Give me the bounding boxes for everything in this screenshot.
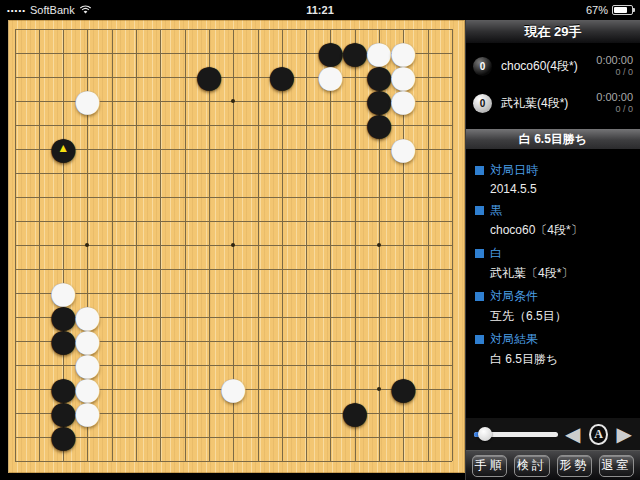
info-label: 対局条件 (475, 288, 631, 305)
board-cell (391, 425, 415, 449)
board-cell (221, 185, 245, 209)
board-cell (124, 20, 148, 41)
black-periods: 0 / 0 (596, 67, 633, 78)
board-cell (27, 161, 51, 185)
last-move-marker: ▲ (51, 136, 75, 160)
board-cell (415, 137, 439, 161)
board-cell (100, 89, 124, 113)
info-value: choco60〔4段*〕 (490, 222, 631, 239)
board-cell (100, 185, 124, 209)
board-cell (172, 185, 196, 209)
board-cell (172, 305, 196, 329)
board-cell (318, 281, 342, 305)
board-cell (221, 89, 245, 113)
board-cell (148, 449, 172, 473)
board-cell (75, 257, 99, 281)
star-point (231, 99, 235, 103)
board-cell (294, 65, 318, 89)
board-cell (270, 305, 294, 329)
board-cell (440, 209, 464, 233)
board-cell: ● (391, 137, 415, 161)
board-cell (124, 401, 148, 425)
board-cell (148, 257, 172, 281)
board-cell (221, 209, 245, 233)
board-cell (245, 377, 269, 401)
board-cell (270, 209, 294, 233)
board-cell (367, 425, 391, 449)
board-cell (100, 281, 124, 305)
board-cell (27, 449, 51, 473)
white-captures-badge: 0 (473, 94, 492, 113)
clock: 11:21 (0, 4, 640, 16)
board-cell (245, 449, 269, 473)
black-stone: ● (341, 40, 368, 64)
board-cell (440, 137, 464, 161)
board-cell (197, 185, 221, 209)
next-move-button[interactable]: ▶ (617, 424, 632, 444)
board-cell (124, 281, 148, 305)
board-cell (270, 113, 294, 137)
player-list: 0 choco60(4段*) 0:00:00 0 / 0 0 武礼葉(4段*) … (466, 44, 640, 128)
board-cell: ● (221, 377, 245, 401)
board-cell (440, 161, 464, 185)
board-cell (245, 353, 269, 377)
board-cell (391, 233, 415, 257)
board-cell (172, 281, 196, 305)
board-cell (51, 65, 75, 89)
info-value: 互先（6.5目） (490, 308, 631, 325)
board-cell (343, 185, 367, 209)
board-cell (197, 137, 221, 161)
board-cell (245, 425, 269, 449)
board-cell (148, 20, 172, 41)
board-cell (415, 233, 439, 257)
board-cell: ● (75, 89, 99, 113)
board-cell (245, 281, 269, 305)
battery-percent: 67% (586, 4, 608, 16)
exit-room-button[interactable]: 退室 (599, 455, 634, 477)
board-cell (100, 425, 124, 449)
info-value: 2014.5.5 (490, 182, 631, 196)
board-cell: ● (197, 65, 221, 89)
board-cell (8, 233, 27, 257)
white-stone: ● (220, 376, 247, 400)
board-cell (245, 401, 269, 425)
white-stone: ● (390, 136, 417, 160)
board-cell (8, 377, 27, 401)
board-cell (318, 401, 342, 425)
board-cell (294, 137, 318, 161)
board-cell (221, 137, 245, 161)
board-cell (27, 185, 51, 209)
board-cell (294, 20, 318, 41)
board-cell (148, 281, 172, 305)
board-cell (27, 353, 51, 377)
board-cell (415, 257, 439, 281)
board-cell (197, 401, 221, 425)
board-cell (270, 137, 294, 161)
board-cell (245, 41, 269, 65)
board-cell (391, 185, 415, 209)
info-value: 武礼葉〔4段*〕 (490, 265, 631, 282)
board-cell (318, 185, 342, 209)
white-player-clock: 0:00:00 0 / 0 (596, 91, 633, 116)
board-cell (51, 209, 75, 233)
board-cell: ● (343, 41, 367, 65)
board-cell (245, 185, 269, 209)
info-value: 白 6.5目勝ち (490, 351, 631, 368)
board-cell (245, 233, 269, 257)
board-cell (318, 113, 342, 137)
board-cell (197, 233, 221, 257)
go-board: ●●●●●●●●●●●●●●▲●●●●●●●●●●●●●●● (8, 20, 465, 473)
info-label: 対局日時 (475, 162, 631, 179)
white-time: 0:00:00 (596, 91, 633, 105)
board-cell (172, 257, 196, 281)
board-cell (124, 377, 148, 401)
board-cell (318, 305, 342, 329)
board-cell (197, 305, 221, 329)
board-cell (100, 20, 124, 41)
board-cell (148, 305, 172, 329)
board-cell (51, 185, 75, 209)
board-cell (415, 20, 439, 41)
board-cell (197, 113, 221, 137)
board-cell (221, 257, 245, 281)
game-info-list: 対局日時 2014.5.5 黒 choco60〔4段*〕 白 武礼葉〔4段*〕 … (466, 150, 640, 374)
board-cell (415, 281, 439, 305)
board-cell (440, 113, 464, 137)
board-cell (172, 425, 196, 449)
board-cell (148, 425, 172, 449)
board-cell (197, 377, 221, 401)
board-cell: ● (343, 401, 367, 425)
board-cell (343, 161, 367, 185)
board-cell (51, 89, 75, 113)
white-stone: ● (317, 64, 344, 88)
board-cell (440, 401, 464, 425)
board-cell (294, 41, 318, 65)
board-cell (27, 305, 51, 329)
board-cell (221, 65, 245, 89)
board-cell (270, 233, 294, 257)
board-cell (8, 449, 27, 473)
board-cell (294, 425, 318, 449)
board-cell (367, 401, 391, 425)
board-cell (294, 185, 318, 209)
board-cell (391, 209, 415, 233)
board-cell (245, 89, 269, 113)
board-cell (124, 233, 148, 257)
board-cell (294, 449, 318, 473)
board-cell (148, 65, 172, 89)
board-cell (343, 281, 367, 305)
board-cell (124, 137, 148, 161)
board-cell: ● (367, 113, 391, 137)
board-cell (343, 113, 367, 137)
board-cell (75, 20, 99, 41)
board-cell (318, 425, 342, 449)
board-cell (197, 425, 221, 449)
bullet-icon (475, 166, 484, 175)
board-cell (148, 89, 172, 113)
board-cell (100, 329, 124, 353)
board-cell (124, 65, 148, 89)
black-player-name: choco60(4段*) (501, 58, 587, 75)
board-cell (440, 377, 464, 401)
board-cell (294, 377, 318, 401)
board-cell (8, 137, 27, 161)
board-cell (294, 161, 318, 185)
board-cell (27, 401, 51, 425)
board-cell (294, 281, 318, 305)
board-cell (172, 449, 196, 473)
board-cell (245, 161, 269, 185)
board-cell (197, 209, 221, 233)
board-grid: ●●●●●●●●●●●●●●▲●●●●●●●●●●●●●●● (8, 20, 464, 473)
star-point (85, 243, 89, 247)
white-stone: ● (390, 88, 417, 112)
star-point (377, 387, 381, 391)
board-cell (415, 449, 439, 473)
board-cell (100, 257, 124, 281)
board-cell (27, 233, 51, 257)
board-cell (197, 329, 221, 353)
board-cell (318, 377, 342, 401)
board-cell (294, 257, 318, 281)
board-cell (148, 161, 172, 185)
board-cell (270, 401, 294, 425)
board-cell (318, 353, 342, 377)
info-label: 対局結果 (475, 331, 631, 348)
board-cell (391, 449, 415, 473)
board-cell (367, 449, 391, 473)
board-cell (440, 65, 464, 89)
board-cell (343, 257, 367, 281)
board-cell (8, 305, 27, 329)
board-cell (245, 209, 269, 233)
board-cell (318, 449, 342, 473)
board-cell (100, 401, 124, 425)
board-cell (270, 257, 294, 281)
info-label: 白 (475, 245, 631, 262)
board-cell (124, 185, 148, 209)
board-cell (270, 353, 294, 377)
board-cell (197, 20, 221, 41)
board-cell (100, 137, 124, 161)
board-cell (343, 89, 367, 113)
board-cell (415, 377, 439, 401)
board-cell (270, 185, 294, 209)
board-cell (294, 305, 318, 329)
board-cell (148, 41, 172, 65)
board-cell (440, 20, 464, 41)
board-cell (440, 233, 464, 257)
board-cell (440, 353, 464, 377)
review-button[interactable]: 検討 (514, 455, 549, 477)
board-cell (270, 161, 294, 185)
board-cell (440, 425, 464, 449)
board-cell (197, 161, 221, 185)
board-cell (75, 161, 99, 185)
board-cell (75, 233, 99, 257)
board-cell (270, 425, 294, 449)
board-cell (367, 161, 391, 185)
white-player-name: 武礼葉(4段*) (501, 95, 587, 112)
board-cell (415, 401, 439, 425)
board-cell (172, 233, 196, 257)
board-cell (221, 305, 245, 329)
board-cell (75, 41, 99, 65)
board-cell (8, 113, 27, 137)
board-cell (415, 89, 439, 113)
board-cell (270, 377, 294, 401)
slider-knob[interactable] (478, 427, 492, 441)
board-cell (245, 329, 269, 353)
board-cell (270, 281, 294, 305)
player-row-white: 0 武礼葉(4段*) 0:00:00 0 / 0 (473, 88, 633, 118)
position-judge-button[interactable]: 形勢 (557, 455, 592, 477)
board-cell (148, 233, 172, 257)
board-cell (221, 233, 245, 257)
board-cell (440, 449, 464, 473)
board-cell (245, 305, 269, 329)
board-cell (75, 137, 99, 161)
board-cell (172, 353, 196, 377)
bullet-icon (475, 206, 484, 215)
board-cell (8, 209, 27, 233)
board-cell (8, 401, 27, 425)
board-cell (172, 89, 196, 113)
board-cell (75, 449, 99, 473)
board-cell (294, 401, 318, 425)
board-cell (100, 353, 124, 377)
board-cell: ● (391, 89, 415, 113)
board-cell (343, 305, 367, 329)
white-periods: 0 / 0 (596, 104, 633, 115)
board-cell (27, 329, 51, 353)
black-stone: ● (195, 64, 222, 88)
board-cell (100, 41, 124, 65)
board-cell (27, 89, 51, 113)
board-cell (440, 305, 464, 329)
board-cell (343, 209, 367, 233)
board-cell (75, 209, 99, 233)
board-cell (27, 20, 51, 41)
board-cell (124, 113, 148, 137)
board-cell (27, 281, 51, 305)
board-cell (172, 401, 196, 425)
board-cell (124, 161, 148, 185)
bullet-icon (475, 292, 484, 301)
board-cell (8, 41, 27, 65)
sidebar: 現在 29手 0 choco60(4段*) 0:00:00 0 / 0 0 武礼… (465, 20, 640, 480)
board-cell (221, 113, 245, 137)
board-cell (124, 89, 148, 113)
status-bar: ••••• SoftBank 11:21 67% (0, 0, 640, 20)
board-cell: ● (270, 65, 294, 89)
board-cell (100, 113, 124, 137)
black-stone: ● (390, 376, 417, 400)
board-cell (100, 65, 124, 89)
star-point (377, 243, 381, 247)
result-header: 白 6.5目勝ち (466, 128, 640, 150)
board-cell (100, 305, 124, 329)
board-cell: ● (318, 65, 342, 89)
board-cell (172, 41, 196, 65)
board-cell (318, 233, 342, 257)
board-cell (8, 329, 27, 353)
board-cell (51, 41, 75, 65)
board-cell (343, 353, 367, 377)
board-cell (221, 329, 245, 353)
board-cell (294, 113, 318, 137)
board-cell (8, 185, 27, 209)
board-cell (221, 449, 245, 473)
move-slider[interactable] (474, 427, 558, 441)
black-captures-badge: 0 (473, 57, 492, 76)
board-cell (148, 113, 172, 137)
board-cell (100, 449, 124, 473)
board-cell (440, 281, 464, 305)
autoplay-button[interactable]: A (589, 424, 607, 445)
white-stone: ● (74, 88, 101, 112)
board-cell (318, 209, 342, 233)
board-cell (197, 449, 221, 473)
board-cell (415, 305, 439, 329)
board-cell (367, 185, 391, 209)
board-cell (415, 65, 439, 89)
board-cell (245, 257, 269, 281)
board-cell (172, 65, 196, 89)
move-order-button[interactable]: 手順 (472, 455, 507, 477)
board-cell (8, 281, 27, 305)
board-cell (8, 257, 27, 281)
black-stone: ● (365, 112, 392, 136)
board-cell (367, 329, 391, 353)
board-cell (343, 329, 367, 353)
board-cell (294, 329, 318, 353)
board-cell (172, 137, 196, 161)
board-cell (270, 20, 294, 41)
board-cell (318, 329, 342, 353)
board-cell (415, 353, 439, 377)
board-cell (8, 425, 27, 449)
board-cell (415, 185, 439, 209)
board-cell (270, 449, 294, 473)
board-cell (124, 257, 148, 281)
board-cell (440, 329, 464, 353)
black-stone: ● (50, 328, 77, 352)
board-cell (172, 20, 196, 41)
prev-move-button[interactable]: ◀ (565, 424, 580, 444)
board-cell (294, 209, 318, 233)
board-cell (245, 113, 269, 137)
board-cell (148, 401, 172, 425)
board-cell (51, 233, 75, 257)
player-row-black: 0 choco60(4段*) 0:00:00 0 / 0 (473, 51, 633, 81)
board-cell (148, 209, 172, 233)
board-cell (343, 233, 367, 257)
info-label: 黒 (475, 202, 631, 219)
board-cell (415, 425, 439, 449)
board-cell (27, 41, 51, 65)
board-cell (172, 329, 196, 353)
board-cell (124, 209, 148, 233)
board-cell (367, 233, 391, 257)
board-cell (8, 89, 27, 113)
board-cell (197, 281, 221, 305)
